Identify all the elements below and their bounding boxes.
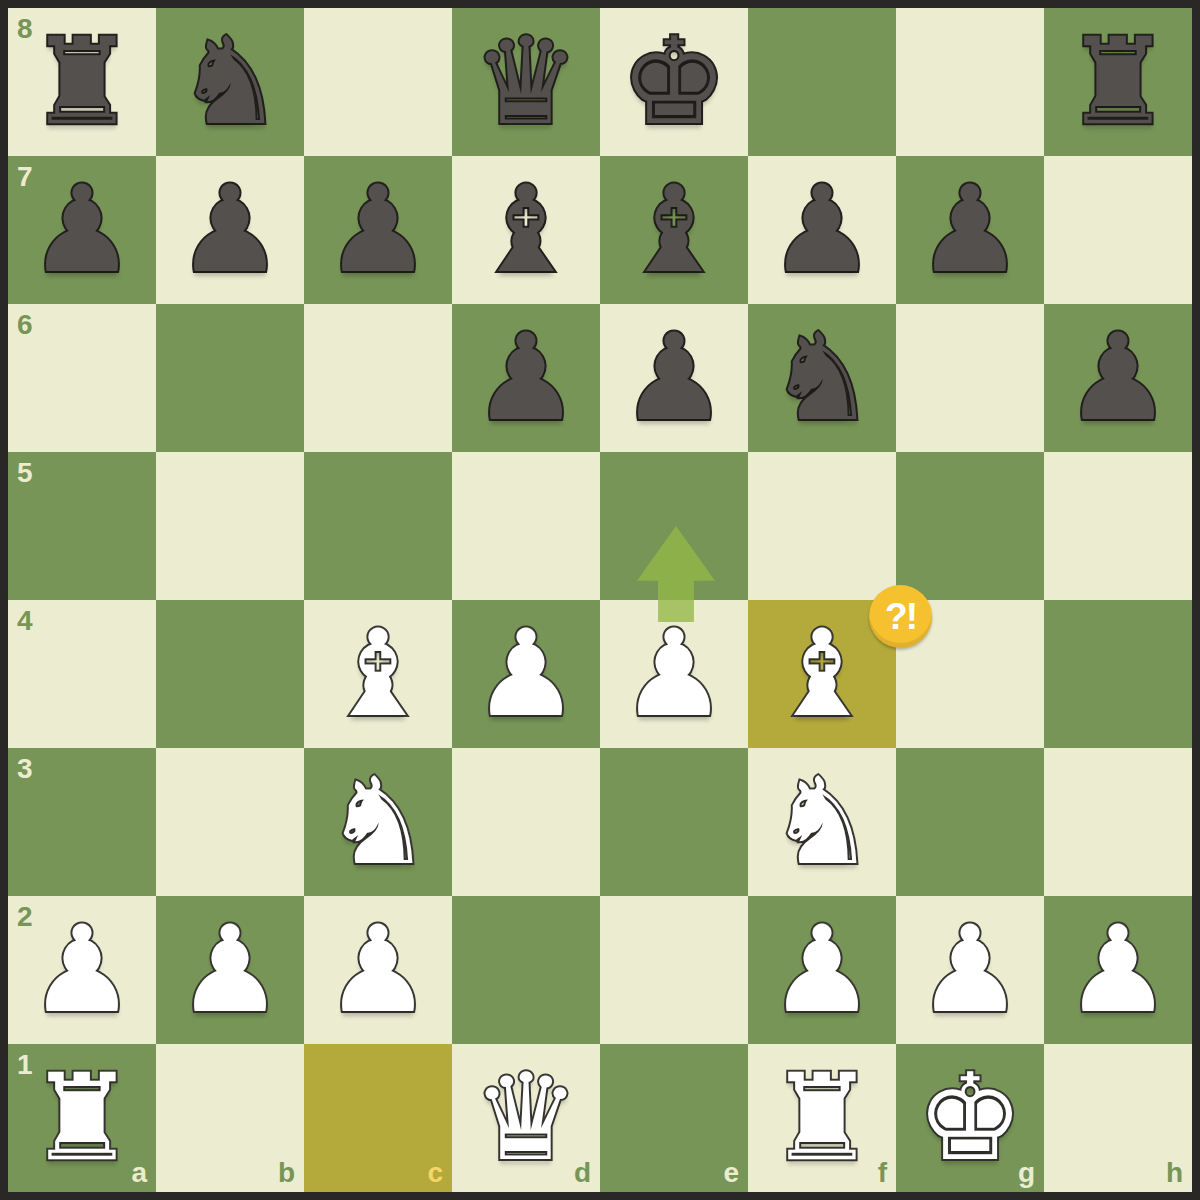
- square-h2[interactable]: ♟: [1044, 896, 1192, 1044]
- square-e5[interactable]: [600, 452, 748, 600]
- square-d5[interactable]: [452, 452, 600, 600]
- black-pawn[interactable]: ♟: [896, 156, 1044, 304]
- white-bishop[interactable]: ♝: [304, 600, 452, 748]
- white-pawn[interactable]: ♟: [600, 600, 748, 748]
- black-king[interactable]: ♚: [600, 8, 748, 156]
- black-pawn[interactable]: ♟: [748, 156, 896, 304]
- white-pawn[interactable]: ♟: [8, 896, 156, 1044]
- square-g8[interactable]: [896, 8, 1044, 156]
- square-h4[interactable]: [1044, 600, 1192, 748]
- white-pawn[interactable]: ♟: [748, 896, 896, 1044]
- rank-label-5: 5: [17, 459, 33, 487]
- square-e8[interactable]: ♚: [600, 8, 748, 156]
- square-b8[interactable]: ♞: [156, 8, 304, 156]
- square-a8[interactable]: 8♜: [8, 8, 156, 156]
- square-g6[interactable]: [896, 304, 1044, 452]
- white-king[interactable]: ♚: [896, 1044, 1044, 1192]
- square-h7[interactable]: [1044, 156, 1192, 304]
- square-b2[interactable]: ♟: [156, 896, 304, 1044]
- chess-board: ?! 8♜♞♛♚♜7♟♟♟♝♝♟♟6♟♟♞♟54♝♟♟♝3♞♞2♟♟♟♟♟♟1a…: [8, 8, 1192, 1192]
- square-f5[interactable]: [748, 452, 896, 600]
- square-b4[interactable]: [156, 600, 304, 748]
- black-rook[interactable]: ♜: [1044, 8, 1192, 156]
- square-a5[interactable]: 5: [8, 452, 156, 600]
- square-c8[interactable]: [304, 8, 452, 156]
- square-a4[interactable]: 4: [8, 600, 156, 748]
- square-e2[interactable]: [600, 896, 748, 1044]
- square-h6[interactable]: ♟: [1044, 304, 1192, 452]
- square-a6[interactable]: 6: [8, 304, 156, 452]
- black-pawn[interactable]: ♟: [8, 156, 156, 304]
- black-pawn[interactable]: ♟: [452, 304, 600, 452]
- square-b1[interactable]: b: [156, 1044, 304, 1192]
- square-c7[interactable]: ♟: [304, 156, 452, 304]
- square-g2[interactable]: ♟: [896, 896, 1044, 1044]
- square-a2[interactable]: 2♟: [8, 896, 156, 1044]
- square-c2[interactable]: ♟: [304, 896, 452, 1044]
- square-c6[interactable]: [304, 304, 452, 452]
- square-d3[interactable]: [452, 748, 600, 896]
- white-queen[interactable]: ♛: [452, 1044, 600, 1192]
- black-bishop[interactable]: ♝: [452, 156, 600, 304]
- square-d4[interactable]: ♟: [452, 600, 600, 748]
- file-label-c: c: [427, 1159, 443, 1187]
- rank-label-4: 4: [17, 607, 33, 635]
- square-g7[interactable]: ♟: [896, 156, 1044, 304]
- black-pawn[interactable]: ♟: [600, 304, 748, 452]
- white-knight[interactable]: ♞: [748, 748, 896, 896]
- square-h8[interactable]: ♜: [1044, 8, 1192, 156]
- square-h3[interactable]: [1044, 748, 1192, 896]
- inaccuracy-badge-label: ?!: [885, 598, 916, 635]
- square-d2[interactable]: [452, 896, 600, 1044]
- black-queen[interactable]: ♛: [452, 8, 600, 156]
- square-d1[interactable]: d♛: [452, 1044, 600, 1192]
- square-e7[interactable]: ♝: [600, 156, 748, 304]
- file-label-b: b: [278, 1159, 295, 1187]
- white-pawn[interactable]: ♟: [304, 896, 452, 1044]
- rank-label-3: 3: [17, 755, 33, 783]
- square-b6[interactable]: [156, 304, 304, 452]
- square-e4[interactable]: ♟: [600, 600, 748, 748]
- white-pawn[interactable]: ♟: [896, 896, 1044, 1044]
- black-pawn[interactable]: ♟: [304, 156, 452, 304]
- square-f2[interactable]: ♟: [748, 896, 896, 1044]
- inaccuracy-badge: ?!: [869, 585, 932, 648]
- white-knight[interactable]: ♞: [304, 748, 452, 896]
- square-f7[interactable]: ♟: [748, 156, 896, 304]
- square-h1[interactable]: h: [1044, 1044, 1192, 1192]
- square-c4[interactable]: ♝: [304, 600, 452, 748]
- square-c3[interactable]: ♞: [304, 748, 452, 896]
- square-a3[interactable]: 3: [8, 748, 156, 896]
- square-a7[interactable]: 7♟: [8, 156, 156, 304]
- square-f8[interactable]: [748, 8, 896, 156]
- white-pawn[interactable]: ♟: [452, 600, 600, 748]
- square-f6[interactable]: ♞: [748, 304, 896, 452]
- square-b7[interactable]: ♟: [156, 156, 304, 304]
- square-h5[interactable]: [1044, 452, 1192, 600]
- square-c1[interactable]: c: [304, 1044, 452, 1192]
- white-pawn[interactable]: ♟: [156, 896, 304, 1044]
- black-bishop[interactable]: ♝: [600, 156, 748, 304]
- file-label-h: h: [1166, 1159, 1183, 1187]
- black-rook[interactable]: ♜: [8, 8, 156, 156]
- square-f3[interactable]: ♞: [748, 748, 896, 896]
- white-pawn[interactable]: ♟: [1044, 896, 1192, 1044]
- file-label-e: e: [723, 1159, 739, 1187]
- black-pawn[interactable]: ♟: [156, 156, 304, 304]
- square-a1[interactable]: 1a♜: [8, 1044, 156, 1192]
- white-rook[interactable]: ♜: [8, 1044, 156, 1192]
- black-knight[interactable]: ♞: [156, 8, 304, 156]
- square-d7[interactable]: ♝: [452, 156, 600, 304]
- rank-label-6: 6: [17, 311, 33, 339]
- square-g3[interactable]: [896, 748, 1044, 896]
- square-c5[interactable]: [304, 452, 452, 600]
- white-rook[interactable]: ♜: [748, 1044, 896, 1192]
- square-e1[interactable]: e: [600, 1044, 748, 1192]
- square-d6[interactable]: ♟: [452, 304, 600, 452]
- square-e3[interactable]: [600, 748, 748, 896]
- square-e6[interactable]: ♟: [600, 304, 748, 452]
- square-d8[interactable]: ♛: [452, 8, 600, 156]
- square-g5[interactable]: [896, 452, 1044, 600]
- square-b5[interactable]: [156, 452, 304, 600]
- square-f1[interactable]: f♜: [748, 1044, 896, 1192]
- square-b3[interactable]: [156, 748, 304, 896]
- black-pawn[interactable]: ♟: [1044, 304, 1192, 452]
- square-g1[interactable]: g♚: [896, 1044, 1044, 1192]
- black-knight[interactable]: ♞: [748, 304, 896, 452]
